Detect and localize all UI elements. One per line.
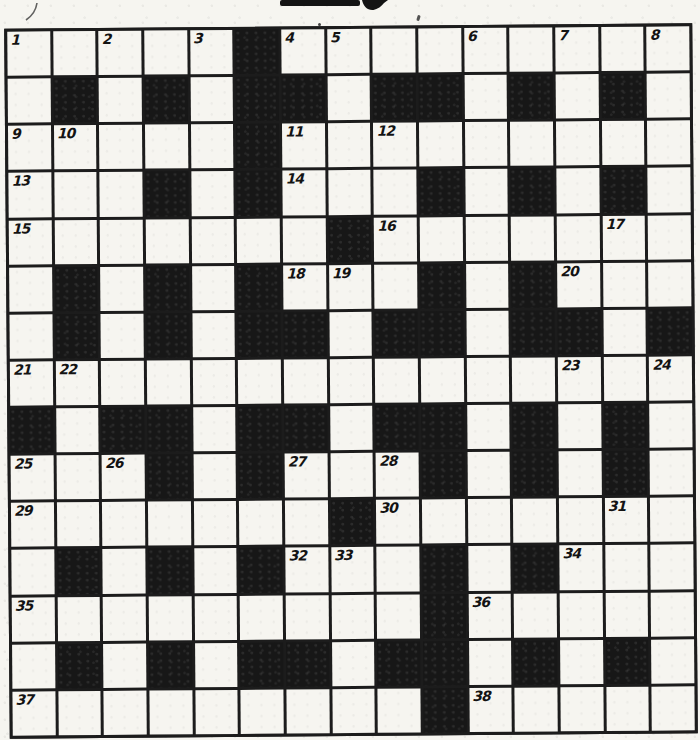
cell-r3c13[interactable] <box>556 121 599 165</box>
cell-r2c10 <box>419 75 462 119</box>
cell-r8c12[interactable] <box>512 357 555 401</box>
cell-r15c4[interactable] <box>149 690 192 734</box>
cell-r14c5[interactable] <box>195 643 238 687</box>
cell-r8c10[interactable] <box>421 358 464 402</box>
cell-r3c14[interactable] <box>602 121 645 165</box>
cell-r6c8[interactable]: 19 <box>329 264 372 308</box>
clue-number: 17 <box>605 215 623 232</box>
cell-r11c10[interactable] <box>422 499 465 543</box>
cell-r13c14[interactable] <box>605 592 648 636</box>
cell-r4c15[interactable] <box>648 168 691 212</box>
cell-r1c9[interactable] <box>373 28 416 72</box>
cell-r12c11[interactable] <box>468 546 511 590</box>
clue-number: 33 <box>334 547 352 564</box>
cell-r7c9 <box>375 311 418 355</box>
cell-r9c6 <box>239 407 282 451</box>
cell-r1c11[interactable]: 6 <box>464 28 507 72</box>
cell-r1c4[interactable] <box>144 30 187 74</box>
cell-r12c1[interactable] <box>11 550 54 594</box>
cell-r6c3[interactable] <box>100 266 143 310</box>
cell-r3c7[interactable]: 11 <box>282 123 325 167</box>
cell-r1c14[interactable] <box>601 27 644 71</box>
clue-number: 38 <box>472 688 490 705</box>
clue-number: 35 <box>15 597 33 614</box>
cell-r11c6[interactable] <box>239 501 282 545</box>
cell-r5c1[interactable]: 15 <box>9 220 52 264</box>
cell-r2c12 <box>510 75 553 119</box>
cell-r11c8 <box>331 500 374 544</box>
cell-r4c2[interactable] <box>54 172 97 216</box>
cell-r1c6 <box>236 30 279 74</box>
cell-r7c11[interactable] <box>466 311 509 355</box>
cell-r15c7[interactable] <box>286 689 329 733</box>
clue-number: 34 <box>562 546 580 563</box>
pencil-squiggle-mark <box>22 1 44 23</box>
cell-r3c3[interactable] <box>99 125 142 169</box>
cell-r2c1[interactable] <box>8 78 51 122</box>
cell-r12c3[interactable] <box>103 549 146 593</box>
cell-r6c4 <box>146 266 189 310</box>
cell-r12c12 <box>514 546 557 590</box>
cell-r13c4[interactable] <box>149 596 192 640</box>
cell-r14c2 <box>58 644 101 688</box>
cell-r10c15[interactable] <box>650 451 693 495</box>
cell-r15c10 <box>423 688 466 732</box>
cell-r13c3[interactable] <box>103 596 146 640</box>
clue-number: 29 <box>14 503 32 520</box>
cell-r11c11[interactable] <box>468 499 511 543</box>
cell-r10c14 <box>604 451 647 495</box>
cell-r2c2 <box>53 78 96 122</box>
clue-number: 1 <box>10 32 19 49</box>
cell-r8c8[interactable] <box>329 359 372 403</box>
cell-r6c10 <box>420 264 463 308</box>
cell-r4c11[interactable] <box>465 169 508 213</box>
cell-r13c12[interactable] <box>514 593 557 637</box>
clue-number: 19 <box>332 265 350 282</box>
cell-r5c14[interactable]: 17 <box>602 215 645 259</box>
cell-r13c2[interactable] <box>57 597 100 641</box>
clue-number: 30 <box>379 500 397 517</box>
cell-r5c12[interactable] <box>511 216 554 260</box>
cell-r11c2[interactable] <box>57 502 100 546</box>
cell-r10c9[interactable]: 28 <box>376 453 419 497</box>
cell-r15c13[interactable] <box>560 687 603 731</box>
cell-r15c8[interactable] <box>332 689 375 733</box>
cell-r9c12 <box>513 404 556 448</box>
clue-number: 13 <box>11 173 29 190</box>
cell-r4c10 <box>419 170 462 214</box>
cell-r1c3[interactable]: 2 <box>99 31 142 75</box>
cell-r7c14[interactable] <box>603 309 646 353</box>
cell-r1c15[interactable]: 8 <box>647 26 690 70</box>
cell-r2c13[interactable] <box>556 74 599 118</box>
cell-r7c2 <box>55 314 98 358</box>
clue-number: 27 <box>288 454 306 471</box>
clue-number: 14 <box>285 171 303 188</box>
cell-r3c10[interactable] <box>419 122 462 166</box>
clue-number: 36 <box>471 594 489 611</box>
cell-r7c5[interactable] <box>192 313 235 357</box>
cell-r14c6 <box>240 642 283 686</box>
cell-r13c11[interactable]: 36 <box>468 593 511 637</box>
cell-r3c5[interactable] <box>191 124 234 168</box>
cell-r14c8[interactable] <box>332 642 375 686</box>
clue-number: 10 <box>57 125 75 142</box>
clue-number: 16 <box>377 217 395 234</box>
cell-r9c4 <box>147 407 190 451</box>
cell-r10c1[interactable]: 25 <box>11 456 54 500</box>
cell-r5c13[interactable] <box>557 216 600 260</box>
cell-r12c9[interactable] <box>377 547 420 591</box>
cell-r11c12[interactable] <box>513 499 556 543</box>
clue-number: 24 <box>652 356 670 373</box>
scanned-crossword-page: { "game": "crossword", "board": { "rows"… <box>0 0 700 740</box>
cell-r2c4 <box>145 77 188 121</box>
clue-number: 4 <box>284 29 293 46</box>
cell-r11c14[interactable]: 31 <box>605 498 648 542</box>
cell-r4c3[interactable] <box>100 172 143 216</box>
clue-number: 25 <box>14 456 32 473</box>
cell-r7c15 <box>649 309 692 353</box>
cell-r15c9[interactable] <box>378 688 421 732</box>
cell-r9c11[interactable] <box>467 405 510 449</box>
cell-r14c12 <box>514 640 557 684</box>
cell-r6c9[interactable] <box>374 264 417 308</box>
cell-r14c4 <box>149 643 192 687</box>
cell-r1c1[interactable]: 1 <box>7 31 50 75</box>
clue-number: 22 <box>58 361 76 378</box>
cell-r14c15[interactable] <box>651 639 694 683</box>
cell-r12c13[interactable]: 34 <box>559 545 602 589</box>
cell-r9c5[interactable] <box>193 407 236 451</box>
cell-r3c9[interactable]: 12 <box>373 123 416 167</box>
cell-r1c10[interactable] <box>418 28 461 72</box>
ink-speck-mark <box>416 15 421 22</box>
cell-r2c3[interactable] <box>99 78 142 122</box>
cell-r8c15[interactable]: 24 <box>649 356 692 400</box>
cell-r12c2 <box>57 549 100 593</box>
clue-number: 21 <box>13 361 31 378</box>
cell-r12c6 <box>240 548 283 592</box>
cell-r8c7[interactable] <box>284 359 327 403</box>
cell-r8c9[interactable] <box>375 358 418 402</box>
cell-r15c6[interactable] <box>241 689 284 733</box>
cell-r12c14[interactable] <box>605 545 648 589</box>
cell-r4c8[interactable] <box>328 170 371 214</box>
cell-r12c7[interactable]: 32 <box>285 548 328 592</box>
cell-r9c8[interactable] <box>330 406 373 450</box>
clue-number: 2 <box>102 31 111 48</box>
cell-r8c5[interactable] <box>192 360 235 404</box>
cell-r8c3[interactable] <box>101 361 144 405</box>
cell-r8c2[interactable]: 22 <box>55 361 98 405</box>
crossword-board: 1234567891011121314151617181920212223242… <box>4 23 698 738</box>
clue-number: 6 <box>467 28 476 45</box>
cell-r2c15[interactable] <box>647 73 690 117</box>
cell-r10c5[interactable] <box>193 454 236 498</box>
cell-r3c8[interactable] <box>328 123 371 167</box>
cell-r5c7[interactable] <box>283 218 326 262</box>
cell-r8c11[interactable] <box>466 358 509 402</box>
cell-r14c3[interactable] <box>103 643 146 687</box>
clue-number: 12 <box>376 123 394 140</box>
cell-r10c12 <box>513 452 556 496</box>
clue-number: 28 <box>379 453 397 470</box>
cell-r15c1[interactable]: 37 <box>12 691 55 735</box>
cell-r8c4[interactable] <box>147 360 190 404</box>
cell-r6c1[interactable] <box>9 267 52 311</box>
cell-r4c5[interactable] <box>191 171 234 215</box>
clue-number: 8 <box>650 27 659 44</box>
cell-r1c2[interactable] <box>53 31 96 75</box>
clue-number: 23 <box>561 357 579 374</box>
clue-number: 31 <box>608 498 626 515</box>
cell-r13c6[interactable] <box>240 595 283 639</box>
cell-r6c6 <box>237 265 280 309</box>
cell-r13c10 <box>423 594 466 638</box>
clue-number: 3 <box>193 30 202 47</box>
cell-r13c9[interactable] <box>377 594 420 638</box>
cell-r2c9 <box>373 76 416 120</box>
cell-r3c6 <box>236 124 279 168</box>
cell-r2c8[interactable] <box>327 76 370 120</box>
cell-r7c12 <box>512 310 555 354</box>
cell-r5c10[interactable] <box>420 217 463 261</box>
cell-r8c14[interactable] <box>603 357 646 401</box>
cell-r7c1[interactable] <box>9 314 52 358</box>
cell-r13c1[interactable]: 35 <box>12 597 55 641</box>
cell-r2c14 <box>601 74 644 118</box>
cell-r6c15[interactable] <box>648 262 691 306</box>
cell-r1c8[interactable]: 5 <box>327 29 370 73</box>
cell-r7c7 <box>283 312 326 356</box>
cell-r5c11[interactable] <box>465 216 508 260</box>
cell-r3c15[interactable] <box>647 121 690 165</box>
cell-r7c13 <box>557 310 600 354</box>
cell-r9c7 <box>284 406 327 450</box>
cell-r11c3[interactable] <box>102 502 145 546</box>
cell-r11c1[interactable]: 29 <box>11 503 54 547</box>
cell-r10c2[interactable] <box>56 455 99 499</box>
cell-r11c9[interactable]: 30 <box>376 500 419 544</box>
cell-r11c13[interactable] <box>559 498 602 542</box>
clue-number: 37 <box>15 691 33 708</box>
clue-number: 9 <box>11 126 20 143</box>
clue-number: 20 <box>560 263 578 280</box>
cell-r10c10 <box>422 452 465 496</box>
cell-r7c3[interactable] <box>101 313 144 357</box>
clue-number: 15 <box>12 220 30 237</box>
cell-r15c5[interactable] <box>195 690 238 734</box>
cell-r9c15[interactable] <box>650 403 693 447</box>
cell-r11c7[interactable] <box>285 501 328 545</box>
cell-r10c4 <box>148 454 191 498</box>
cell-r9c1 <box>10 408 53 452</box>
cell-r9c2[interactable] <box>56 408 99 452</box>
cell-r5c5[interactable] <box>191 218 234 262</box>
cell-r14c1[interactable] <box>12 644 55 688</box>
cell-r13c13[interactable] <box>560 593 603 637</box>
cell-r13c7[interactable] <box>286 595 329 639</box>
cell-r12c4 <box>148 549 191 593</box>
clue-number: 5 <box>330 29 339 46</box>
cell-r6c5[interactable] <box>192 266 235 310</box>
cell-r4c6 <box>237 171 280 215</box>
cell-r3c2[interactable]: 10 <box>54 125 97 169</box>
cell-r9c13[interactable] <box>558 404 601 448</box>
cell-r14c10 <box>423 641 466 685</box>
cell-r14c7 <box>286 642 329 686</box>
cell-r3c1[interactable]: 9 <box>8 126 51 170</box>
cell-r4c14 <box>602 168 645 212</box>
cell-r5c9[interactable]: 16 <box>374 217 417 261</box>
cell-r3c12[interactable] <box>510 122 553 166</box>
cell-r4c9[interactable] <box>374 170 417 214</box>
cell-r7c6 <box>238 312 281 356</box>
masthead-remnant-mark <box>278 0 393 18</box>
cell-r15c3[interactable] <box>104 690 147 734</box>
cell-r4c4 <box>145 172 188 216</box>
cell-r11c15[interactable] <box>650 498 693 542</box>
cell-r9c14 <box>604 404 647 448</box>
cell-r6c11[interactable] <box>466 263 509 307</box>
cell-r15c15[interactable] <box>652 686 695 730</box>
cell-r11c5[interactable] <box>194 501 237 545</box>
cell-r13c15[interactable] <box>651 592 694 636</box>
clue-number: 26 <box>105 455 123 472</box>
cell-r11c4[interactable] <box>148 502 191 546</box>
cell-r1c13[interactable]: 7 <box>555 27 598 71</box>
cell-r2c7 <box>282 76 325 120</box>
cell-r10c8[interactable] <box>330 453 373 497</box>
cell-r5c15[interactable] <box>648 215 691 259</box>
cell-r7c4 <box>146 313 189 357</box>
cell-r5c6[interactable] <box>237 218 280 262</box>
cell-r10c13[interactable] <box>559 451 602 495</box>
cell-r1c7[interactable]: 4 <box>281 29 324 73</box>
cell-r4c7[interactable]: 14 <box>282 171 325 215</box>
clue-number: 32 <box>288 548 306 565</box>
clue-number: 11 <box>285 124 303 141</box>
cell-r9c10 <box>421 405 464 449</box>
cell-r9c9 <box>376 406 419 450</box>
cell-r15c14[interactable] <box>606 687 649 731</box>
cell-r6c2 <box>55 267 98 311</box>
cell-r10c7[interactable]: 27 <box>285 453 328 497</box>
cell-r6c7[interactable]: 18 <box>283 265 326 309</box>
cell-r2c5[interactable] <box>190 77 233 121</box>
cell-r12c8[interactable]: 33 <box>331 547 374 591</box>
cell-r10c3[interactable]: 26 <box>102 455 145 499</box>
clue-number: 18 <box>286 265 304 282</box>
cell-r14c14 <box>606 639 649 683</box>
cell-r3c4[interactable] <box>145 125 188 169</box>
cell-r7c10 <box>420 311 463 355</box>
cell-r2c11[interactable] <box>464 75 507 119</box>
cell-r9c3 <box>102 408 145 452</box>
cell-r4c12 <box>511 169 554 213</box>
cell-r12c15[interactable] <box>651 545 694 589</box>
cell-r12c5[interactable] <box>194 548 237 592</box>
cell-r5c8 <box>328 217 371 261</box>
cell-r7c8[interactable] <box>329 312 372 356</box>
cell-r5c4[interactable] <box>146 219 189 263</box>
cell-r10c6 <box>239 454 282 498</box>
cell-r3c11[interactable] <box>465 122 508 166</box>
cell-r6c13[interactable]: 20 <box>557 263 600 307</box>
cell-r14c11[interactable] <box>469 640 512 684</box>
cell-r13c5[interactable] <box>194 595 237 639</box>
cell-r1c12[interactable] <box>510 27 553 71</box>
cell-r6c12 <box>511 263 554 307</box>
cell-r5c3[interactable] <box>100 219 143 263</box>
cell-r4c1[interactable]: 13 <box>8 173 51 217</box>
cell-r5c2[interactable] <box>54 220 97 264</box>
cell-r13c8[interactable] <box>331 594 374 638</box>
cell-r15c11[interactable]: 38 <box>469 688 512 732</box>
cell-r15c12[interactable] <box>515 687 558 731</box>
clue-number: 7 <box>558 27 567 44</box>
cell-r8c1[interactable]: 21 <box>10 361 53 405</box>
cell-r8c13[interactable]: 23 <box>558 357 601 401</box>
cell-r15c2[interactable] <box>58 691 101 735</box>
cell-r10c11[interactable] <box>467 452 510 496</box>
cell-r1c5[interactable]: 3 <box>190 30 233 74</box>
cell-r12c10 <box>422 547 465 591</box>
cell-r2c6 <box>236 77 279 121</box>
cell-r8c6[interactable] <box>238 359 281 403</box>
cell-r4c13[interactable] <box>556 168 599 212</box>
cell-r6c14[interactable] <box>603 262 646 306</box>
cell-r14c9 <box>377 641 420 685</box>
cell-r14c13[interactable] <box>560 640 603 684</box>
